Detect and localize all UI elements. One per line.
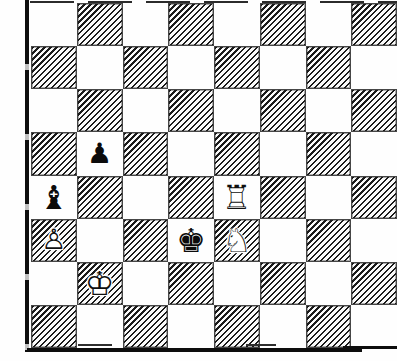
square-b1 xyxy=(77,305,123,348)
square-a2 xyxy=(31,262,77,305)
square-e1 xyxy=(214,305,260,348)
square-g2 xyxy=(306,262,352,305)
square-f3 xyxy=(260,219,306,262)
board-left-border-line xyxy=(25,0,29,352)
square-h2 xyxy=(351,262,397,305)
square-b7 xyxy=(77,46,123,89)
square-f2 xyxy=(260,262,306,305)
square-a6 xyxy=(31,89,77,132)
square-b8 xyxy=(77,3,123,46)
square-a3: ♟♙ xyxy=(31,219,77,262)
board-bottom-border-line-right xyxy=(343,346,397,349)
square-c7 xyxy=(123,46,169,89)
square-d8 xyxy=(168,3,214,46)
square-g3 xyxy=(306,219,352,262)
square-c6 xyxy=(123,89,169,132)
square-f7 xyxy=(260,46,306,89)
square-a7 xyxy=(31,46,77,89)
square-h8 xyxy=(351,3,397,46)
square-a1 xyxy=(31,305,77,348)
square-f8 xyxy=(260,3,306,46)
black-pawn-piece: ♟ xyxy=(87,140,112,168)
black-king-piece: ♚ xyxy=(176,224,206,257)
square-e2 xyxy=(214,262,260,305)
square-d7 xyxy=(168,46,214,89)
square-g4 xyxy=(306,176,352,219)
square-a4: ♝ xyxy=(31,176,77,219)
square-e3: ♞♘ xyxy=(214,219,260,262)
square-f4 xyxy=(260,176,306,219)
square-f1 xyxy=(260,305,306,348)
square-d3: ♚ xyxy=(168,219,214,262)
print-artifact-dash xyxy=(78,344,112,346)
white-king-piece: ♚♔ xyxy=(85,267,115,300)
square-b2: ♚♔ xyxy=(77,262,123,305)
square-d6 xyxy=(168,89,214,132)
square-g1 xyxy=(306,305,352,348)
square-b3 xyxy=(77,219,123,262)
square-c4 xyxy=(123,176,169,219)
square-c8 xyxy=(123,3,169,46)
white-rook-glyph: ♖ xyxy=(222,178,252,217)
square-f5 xyxy=(260,132,306,175)
board-bottom-border-line xyxy=(27,348,362,352)
square-c5 xyxy=(123,132,169,175)
square-e7 xyxy=(214,46,260,89)
chess-board: ♟♝♜♖♟♙♚♞♘♚♔ xyxy=(31,3,397,348)
square-h6 xyxy=(351,89,397,132)
square-h5 xyxy=(351,132,397,175)
white-knight-glyph: ♘ xyxy=(222,221,252,260)
white-knight-piece: ♞♘ xyxy=(222,224,252,257)
white-pawn-piece: ♟♙ xyxy=(41,226,66,254)
square-c1 xyxy=(123,305,169,348)
square-g7 xyxy=(306,46,352,89)
square-g8 xyxy=(306,3,352,46)
square-c3 xyxy=(123,219,169,262)
square-c2 xyxy=(123,262,169,305)
square-h4 xyxy=(351,176,397,219)
square-e6 xyxy=(214,89,260,132)
black-bishop-piece: ♝ xyxy=(39,181,69,214)
square-h3 xyxy=(351,219,397,262)
square-d4 xyxy=(168,176,214,219)
square-e4: ♜♖ xyxy=(214,176,260,219)
square-a5 xyxy=(31,132,77,175)
square-g6 xyxy=(306,89,352,132)
white-rook-piece: ♜♖ xyxy=(222,181,252,214)
square-e5 xyxy=(214,132,260,175)
square-d2 xyxy=(168,262,214,305)
square-h7 xyxy=(351,46,397,89)
print-artifact-dash xyxy=(246,344,276,346)
square-d5 xyxy=(168,132,214,175)
square-e8 xyxy=(214,3,260,46)
square-a8 xyxy=(31,3,77,46)
square-f6 xyxy=(260,89,306,132)
square-b5: ♟ xyxy=(77,132,123,175)
square-g5 xyxy=(306,132,352,175)
square-b6 xyxy=(77,89,123,132)
white-king-glyph: ♔ xyxy=(85,264,115,303)
white-pawn-glyph: ♙ xyxy=(41,223,66,256)
square-h1 xyxy=(351,305,397,348)
square-b4 xyxy=(77,176,123,219)
scanned-chess-diagram: ♟♝♜♖♟♙♚♞♘♚♔ xyxy=(0,0,397,361)
square-d1 xyxy=(168,305,214,348)
